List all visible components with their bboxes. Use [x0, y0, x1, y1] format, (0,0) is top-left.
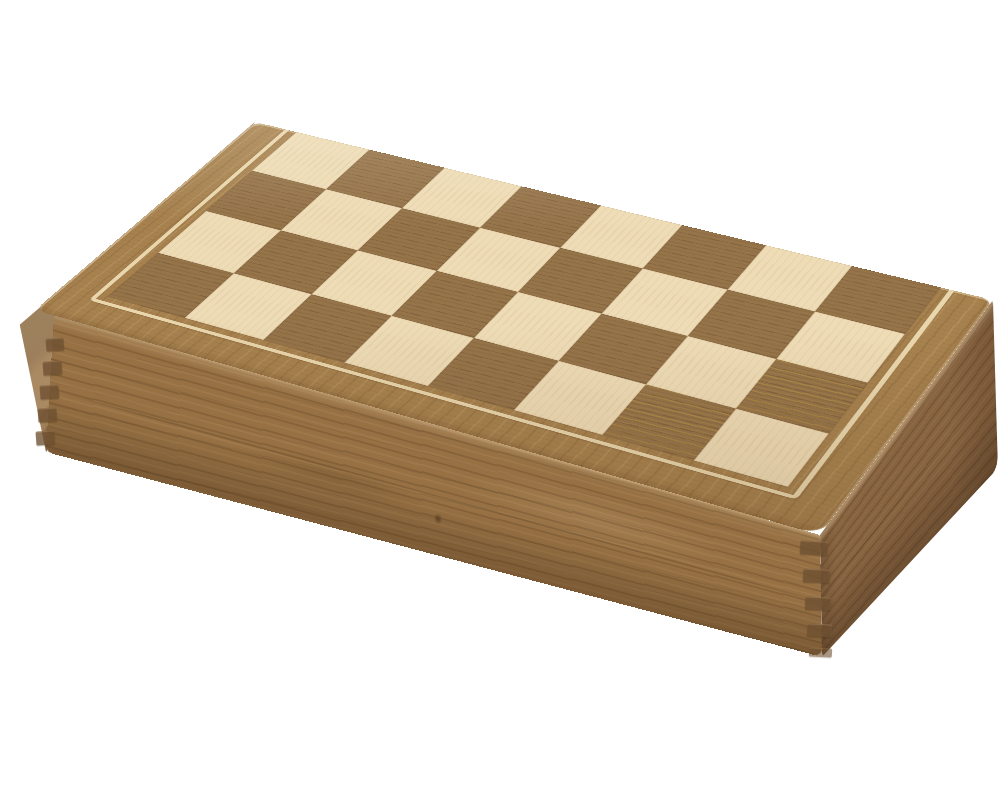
finger-joint: [803, 568, 831, 583]
finger-joint: [800, 540, 829, 555]
finger-joint: [807, 623, 833, 637]
finger-joint: [805, 596, 832, 610]
product-photo: [0, 0, 1000, 800]
finger-joint: [46, 337, 65, 351]
finger-joint: [809, 647, 832, 657]
finger-joint: [38, 407, 58, 422]
finger-joint: [40, 384, 60, 399]
finger-joint: [36, 430, 56, 445]
finger-joint: [43, 360, 63, 375]
